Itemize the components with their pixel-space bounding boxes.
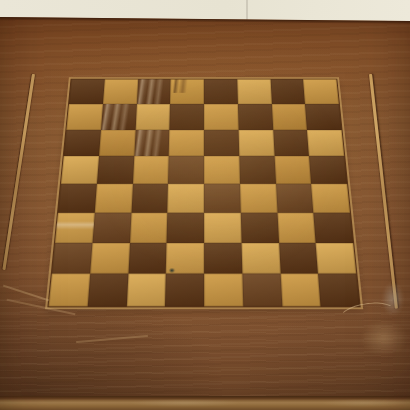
- worn-patch-right: [360, 320, 408, 356]
- board-square-b6: [99, 130, 135, 157]
- photo-scene: [0, 0, 410, 410]
- board-square-c8: [136, 79, 170, 104]
- board-square-h7: [305, 104, 341, 130]
- board-square-f2: [241, 243, 280, 274]
- board-square-a7: [66, 104, 102, 130]
- board-square-c3: [130, 213, 168, 243]
- board-square-a4: [58, 184, 97, 213]
- board-square-d3: [167, 213, 204, 243]
- board-square-h4: [311, 184, 350, 213]
- board-square-a2: [52, 243, 92, 274]
- board-square-f7: [238, 104, 273, 130]
- board-square-e8: [204, 79, 238, 104]
- board-square-g8: [270, 79, 305, 104]
- board-square-f5: [239, 156, 275, 184]
- board-square-c1: [126, 274, 166, 307]
- chessboard: [47, 79, 360, 308]
- board-square-g7: [271, 104, 307, 130]
- scuff-mark-bottom-left-1: [3, 285, 49, 302]
- inlay-stringing-left: [2, 74, 34, 270]
- board-square-c4: [131, 184, 168, 213]
- board-square-a8: [69, 79, 105, 104]
- scratch-texture: [0, 300, 410, 396]
- board-square-b8: [103, 79, 138, 104]
- board-square-c5: [132, 156, 168, 184]
- board-square-e4: [204, 184, 241, 213]
- board-square-g6: [273, 130, 309, 157]
- board-square-e5: [204, 156, 240, 184]
- board-square-g1: [280, 274, 321, 307]
- board-square-g3: [277, 213, 316, 243]
- table-front-edge: [0, 396, 410, 410]
- board-square-g5: [274, 156, 311, 184]
- board-square-d2: [166, 243, 204, 274]
- board-square-f1: [242, 274, 282, 307]
- board-square-d7: [170, 104, 204, 130]
- board-square-a5: [61, 156, 99, 184]
- board-square-b2: [90, 243, 130, 274]
- board-square-f6: [238, 130, 274, 157]
- board-square-h6: [307, 130, 344, 157]
- board-square-a6: [64, 130, 101, 157]
- board-square-f3: [241, 213, 279, 243]
- board-square-e2: [204, 243, 242, 274]
- board-square-e1: [204, 274, 243, 307]
- board-square-d5: [168, 156, 204, 184]
- board-square-h5: [309, 156, 347, 184]
- board-square-c6: [134, 130, 170, 157]
- board-square-d8: [170, 79, 204, 104]
- board-square-a1: [49, 274, 90, 307]
- board-square-b7: [101, 104, 137, 130]
- board-square-e3: [204, 213, 241, 243]
- board-square-d1: [165, 274, 204, 307]
- board-square-b5: [97, 156, 134, 184]
- wall-seam: [246, 0, 248, 22]
- board-square-b3: [92, 213, 131, 243]
- scratch-mark-front: [76, 335, 148, 343]
- board-square-f4: [240, 184, 277, 213]
- board-square-f8: [237, 79, 271, 104]
- board-square-h2: [316, 243, 356, 274]
- board-square-c2: [128, 243, 167, 274]
- board-square-b4: [95, 184, 133, 213]
- table-top: [0, 0, 410, 410]
- board-square-e6: [204, 130, 239, 157]
- board-square-b1: [87, 274, 128, 307]
- board-square-a3: [55, 213, 95, 243]
- board-square-d6: [169, 130, 204, 157]
- board-square-c7: [135, 104, 170, 130]
- board-square-g2: [279, 243, 319, 274]
- board-square-h1: [318, 274, 359, 307]
- inlay-stringing-right: [369, 74, 397, 309]
- board-square-h3: [314, 213, 354, 243]
- board-square-e7: [204, 104, 238, 130]
- board-square-d4: [168, 184, 205, 213]
- board-square-h8: [303, 79, 339, 104]
- board-square-g4: [276, 184, 314, 213]
- chessboard-perspective-wrap: [48, 79, 359, 306]
